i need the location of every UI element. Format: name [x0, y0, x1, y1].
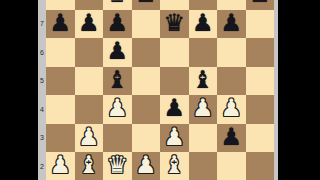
black-pawn-e4: ♟	[163, 94, 185, 123]
square-b5[interactable]	[75, 67, 104, 96]
white-pawn-g4: ♟	[220, 94, 242, 123]
square-d7[interactable]	[132, 10, 161, 39]
square-a3[interactable]	[46, 124, 75, 153]
square-f3[interactable]	[189, 124, 218, 153]
black-bishop-f5: ♝	[192, 66, 214, 95]
square-h7[interactable]	[246, 10, 275, 39]
square-f4[interactable]: ♟	[189, 95, 218, 124]
rank-label-6: 6	[38, 38, 46, 67]
white-pawn-a2: ♟	[49, 151, 71, 180]
square-g4[interactable]: ♟	[217, 95, 246, 124]
black-pawn-c7: ♟	[106, 9, 128, 38]
white-pawn-b3: ♟	[78, 123, 100, 152]
black-rook-d8: ♜	[135, 0, 157, 9]
black-pawn-g7: ♟	[220, 9, 242, 38]
square-h3[interactable]	[246, 124, 275, 153]
rank-label-5: 5	[38, 67, 46, 96]
square-b4[interactable]	[75, 95, 104, 124]
square-f7[interactable]: ♟	[189, 10, 218, 39]
rank-label-3: 3	[38, 124, 46, 153]
square-d6[interactable]	[132, 38, 161, 67]
square-g3[interactable]: ♟	[217, 124, 246, 153]
rank-label-4: 4	[38, 95, 46, 124]
black-pawn-g3: ♟	[220, 123, 242, 152]
square-g6[interactable]	[217, 38, 246, 67]
square-d4[interactable]	[132, 95, 161, 124]
square-b2[interactable]: ♝	[75, 152, 104, 180]
square-d3[interactable]	[132, 124, 161, 153]
black-king-c8: ♚	[106, 0, 128, 9]
square-f5[interactable]: ♝	[189, 67, 218, 96]
square-e4[interactable]: ♟	[160, 95, 189, 124]
square-e3[interactable]: ♟	[160, 124, 189, 153]
square-c6[interactable]: ♟	[103, 38, 132, 67]
square-h4[interactable]	[246, 95, 275, 124]
square-h8[interactable]: ♜	[246, 0, 275, 10]
square-c7[interactable]: ♟	[103, 10, 132, 39]
rank-label-7: 7	[38, 10, 46, 39]
white-bishop-b2: ♝	[78, 151, 100, 180]
white-pawn-c4: ♟	[106, 94, 128, 123]
rank-label-8: 8	[38, 0, 46, 10]
black-bishop-c5: ♝	[106, 66, 128, 95]
square-f2[interactable]	[189, 152, 218, 180]
square-a7[interactable]: ♟	[46, 10, 75, 39]
white-pawn-f4: ♟	[192, 94, 214, 123]
black-pawn-c6: ♟	[106, 37, 128, 66]
black-pawn-b7: ♟	[78, 9, 100, 38]
square-d5[interactable]	[132, 67, 161, 96]
square-e5[interactable]	[160, 67, 189, 96]
white-queen-c2: ♛	[106, 151, 128, 180]
square-d8[interactable]: ♜	[132, 0, 161, 10]
rank-coordinate-strip: 87654321	[38, 0, 46, 180]
square-h6[interactable]	[246, 38, 275, 67]
square-h2[interactable]	[246, 152, 275, 180]
square-e6[interactable]	[160, 38, 189, 67]
square-c3[interactable]	[103, 124, 132, 153]
square-e2[interactable]: ♝	[160, 152, 189, 180]
square-e7[interactable]: ♛	[160, 10, 189, 39]
rank-labels-column: 87654321	[38, 0, 46, 180]
chess-diagram-stage: 87654321 ♚♜♜♟♟♟♛♟♟♟♝♝♟♟♟♟♟♟♟♟♝♛♟♝	[0, 0, 320, 180]
rank-label-2: 2	[38, 152, 46, 180]
square-c4[interactable]: ♟	[103, 95, 132, 124]
square-b3[interactable]: ♟	[75, 124, 104, 153]
square-c5[interactable]: ♝	[103, 67, 132, 96]
white-bishop-e2: ♝	[163, 151, 185, 180]
white-pawn-e3: ♟	[163, 123, 185, 152]
square-a6[interactable]	[46, 38, 75, 67]
square-d2[interactable]: ♟	[132, 152, 161, 180]
white-pawn-d2: ♟	[135, 151, 157, 180]
square-a5[interactable]	[46, 67, 75, 96]
square-h5[interactable]	[246, 67, 275, 96]
black-pawn-a7: ♟	[49, 9, 71, 38]
square-g5[interactable]	[217, 67, 246, 96]
black-pawn-f7: ♟	[192, 9, 214, 38]
square-g7[interactable]: ♟	[217, 10, 246, 39]
square-f6[interactable]	[189, 38, 218, 67]
square-b6[interactable]	[75, 38, 104, 67]
square-g2[interactable]	[217, 152, 246, 180]
chess-board: ♚♜♜♟♟♟♛♟♟♟♝♝♟♟♟♟♟♟♟♟♝♛♟♝	[46, 0, 274, 180]
board-right-border	[274, 0, 278, 180]
square-c2[interactable]: ♛	[103, 152, 132, 180]
square-b7[interactable]: ♟	[75, 10, 104, 39]
square-a4[interactable]	[46, 95, 75, 124]
square-a2[interactable]: ♟	[46, 152, 75, 180]
black-queen-e7: ♛	[163, 9, 185, 38]
black-rook-h8: ♜	[249, 0, 271, 9]
